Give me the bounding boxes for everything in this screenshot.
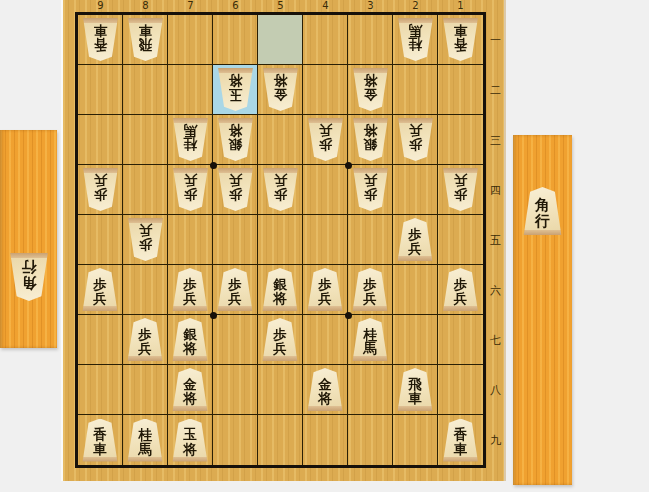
piece-gote-pawn[interactable]: 歩兵 (82, 168, 119, 211)
file-label-8: 8 (123, 0, 168, 12)
piece-kanji: 歩兵 (183, 174, 197, 203)
piece-gote-knight[interactable]: 桂馬 (397, 18, 434, 61)
rank-label-6: 六 (488, 265, 503, 315)
piece-kanji: 歩兵 (454, 277, 468, 306)
square-4-1[interactable] (303, 15, 348, 65)
piece-sente-pawn[interactable]: 歩兵 (262, 318, 299, 361)
square-3-7[interactable]: 桂馬 (348, 315, 393, 365)
square-5-6[interactable]: 銀将 (258, 265, 303, 315)
square-9-4[interactable]: 歩兵 (78, 165, 123, 215)
square-8-5[interactable]: 歩兵 (123, 215, 168, 265)
square-2-7[interactable] (393, 315, 438, 365)
square-7-4[interactable]: 歩兵 (168, 165, 213, 215)
square-6-4[interactable]: 歩兵 (213, 165, 258, 215)
piece-gote-lance[interactable]: 香車 (442, 18, 479, 61)
rank-labels: 一二三四五六七八九 (488, 15, 503, 465)
piece-gote-gold[interactable]: 金将 (262, 68, 299, 111)
square-3-6[interactable]: 歩兵 (348, 265, 393, 315)
rank-label-4: 四 (488, 165, 503, 215)
square-2-5[interactable]: 歩兵 (393, 215, 438, 265)
square-5-1[interactable] (258, 15, 303, 65)
square-4-3[interactable]: 歩兵 (303, 115, 348, 165)
piece-kanji: 桂馬 (138, 427, 152, 456)
square-4-8[interactable]: 金将 (303, 365, 348, 415)
square-6-9[interactable] (213, 415, 258, 465)
piece-kanji: 玉将 (228, 74, 242, 103)
piece-kanji: 歩兵 (93, 277, 107, 306)
file-label-3: 3 (348, 0, 393, 12)
piece-sente-lance[interactable]: 香車 (442, 419, 479, 462)
piece-kanji: 銀将 (183, 327, 197, 356)
square-3-1[interactable] (348, 15, 393, 65)
piece-gote-silver[interactable]: 銀将 (352, 118, 389, 161)
square-8-6[interactable] (123, 265, 168, 315)
square-3-5[interactable] (348, 215, 393, 265)
piece-gote-pawn[interactable]: 歩兵 (262, 168, 299, 211)
square-9-8[interactable] (78, 365, 123, 415)
square-1-5[interactable] (438, 215, 483, 265)
square-7-5[interactable] (168, 215, 213, 265)
piece-kanji: 桂馬 (408, 24, 422, 53)
file-label-1: 1 (438, 0, 483, 12)
square-6-7[interactable] (213, 315, 258, 365)
square-6-6[interactable]: 歩兵 (213, 265, 258, 315)
piece-kanji: 歩兵 (183, 277, 197, 306)
square-5-9[interactable] (258, 415, 303, 465)
square-2-2[interactable] (393, 65, 438, 115)
square-4-5[interactable] (303, 215, 348, 265)
piece-gote-silver[interactable]: 銀将 (217, 118, 254, 161)
square-1-6[interactable]: 歩兵 (438, 265, 483, 315)
piece-gote-pawn[interactable]: 歩兵 (442, 168, 479, 211)
piece-kanji: 歩兵 (273, 327, 287, 356)
file-label-5: 5 (258, 0, 303, 12)
piece-sente-silver[interactable]: 銀将 (262, 268, 299, 311)
piece-sente-king[interactable]: 玉将 (172, 419, 209, 462)
square-1-2[interactable] (438, 65, 483, 115)
piece-gote-pawn[interactable]: 歩兵 (397, 118, 434, 161)
square-3-4[interactable]: 歩兵 (348, 165, 393, 215)
hoshi-dot (210, 162, 217, 169)
square-9-2[interactable] (78, 65, 123, 115)
square-3-9[interactable] (348, 415, 393, 465)
piece-kanji: 桂馬 (363, 327, 377, 356)
piece-sente-knight[interactable]: 桂馬 (127, 419, 164, 462)
piece-kanji: 歩兵 (454, 174, 468, 203)
square-7-1[interactable] (168, 15, 213, 65)
piece-kanji: 香車 (93, 24, 107, 53)
piece-kanji: 角行 (535, 197, 550, 229)
piece-gote-pawn[interactable]: 歩兵 (352, 168, 389, 211)
piece-gote-gold[interactable]: 金将 (352, 68, 389, 111)
square-7-6[interactable]: 歩兵 (168, 265, 213, 315)
square-4-6[interactable]: 歩兵 (303, 265, 348, 315)
file-label-7: 7 (168, 0, 213, 12)
file-labels: 987654321 (78, 0, 483, 12)
piece-kanji: 歩兵 (318, 277, 332, 306)
piece-sente-lance[interactable]: 香車 (82, 419, 119, 462)
rank-label-2: 二 (488, 65, 503, 115)
square-6-5[interactable] (213, 215, 258, 265)
square-2-6[interactable] (393, 265, 438, 315)
square-3-2[interactable]: 金将 (348, 65, 393, 115)
square-9-1[interactable]: 香車 (78, 15, 123, 65)
piece-kanji: 歩兵 (363, 174, 377, 203)
rank-label-7: 七 (488, 315, 503, 365)
piece-kanji: 歩兵 (363, 277, 377, 306)
piece-kanji: 香車 (454, 24, 468, 53)
piece-kanji: 角行 (21, 260, 36, 292)
square-4-2[interactable] (303, 65, 348, 115)
square-9-9[interactable]: 香車 (78, 415, 123, 465)
shogi-app: 角行 987654321 香車飛車桂馬香車玉将金将金将桂馬銀将歩兵銀将歩兵歩兵歩… (0, 0, 649, 492)
square-3-3[interactable]: 銀将 (348, 115, 393, 165)
square-1-8[interactable] (438, 365, 483, 415)
file-label-4: 4 (303, 0, 348, 12)
rank-label-5: 五 (488, 215, 503, 265)
square-4-9[interactable] (303, 415, 348, 465)
square-7-2[interactable] (168, 65, 213, 115)
square-8-1[interactable]: 飛車 (123, 15, 168, 65)
piece-kanji: 歩兵 (93, 174, 107, 203)
square-1-4[interactable]: 歩兵 (438, 165, 483, 215)
piece-gote-pawn[interactable]: 歩兵 (172, 168, 209, 211)
square-7-8[interactable]: 金将 (168, 365, 213, 415)
hoshi-dot (210, 312, 217, 319)
piece-kanji: 歩兵 (408, 124, 422, 153)
piece-kanji: 銀将 (363, 124, 377, 153)
rank-label-9: 九 (488, 415, 503, 465)
piece-kanji: 金将 (183, 377, 197, 406)
piece-kanji: 金将 (318, 377, 332, 406)
piece-sente-rook[interactable]: 飛車 (397, 368, 434, 411)
piece-sente-knight[interactable]: 桂馬 (352, 318, 389, 361)
file-label-2: 2 (393, 0, 438, 12)
square-7-3[interactable]: 桂馬 (168, 115, 213, 165)
rank-label-3: 三 (488, 115, 503, 165)
piece-sente-bishop[interactable]: 角行 (523, 187, 563, 235)
piece-kanji: 飛車 (408, 377, 422, 406)
piece-kanji: 金将 (363, 74, 377, 103)
piece-kanji: 銀将 (273, 277, 287, 306)
piece-sente-pawn[interactable]: 歩兵 (82, 268, 119, 311)
square-6-3[interactable]: 銀将 (213, 115, 258, 165)
rank-label-1: 一 (488, 15, 503, 65)
square-2-4[interactable] (393, 165, 438, 215)
square-4-7[interactable] (303, 315, 348, 365)
piece-sente-silver[interactable]: 銀将 (172, 318, 209, 361)
piece-sente-pawn[interactable]: 歩兵 (352, 268, 389, 311)
square-1-1[interactable]: 香車 (438, 15, 483, 65)
square-2-9[interactable] (393, 415, 438, 465)
piece-kanji: 歩兵 (273, 174, 287, 203)
square-1-3[interactable] (438, 115, 483, 165)
square-5-4[interactable]: 歩兵 (258, 165, 303, 215)
gote-captured-pieces-stand: 角行 (0, 130, 57, 348)
piece-kanji: 銀将 (228, 124, 242, 153)
piece-gote-pawn[interactable]: 歩兵 (307, 118, 344, 161)
piece-gote-king[interactable]: 玉将 (217, 68, 254, 111)
piece-kanji: 歩兵 (318, 124, 332, 153)
piece-gote-bishop[interactable]: 角行 (9, 253, 49, 301)
square-3-8[interactable] (348, 365, 393, 415)
hoshi-dot (345, 312, 352, 319)
square-9-7[interactable] (78, 315, 123, 365)
piece-sente-pawn[interactable]: 歩兵 (127, 318, 164, 361)
board-grid: 香車飛車桂馬香車玉将金将金将桂馬銀将歩兵銀将歩兵歩兵歩兵歩兵歩兵歩兵歩兵歩兵歩兵… (75, 12, 486, 468)
piece-gote-lance[interactable]: 香車 (82, 18, 119, 61)
piece-sente-gold[interactable]: 金将 (307, 368, 344, 411)
piece-sente-pawn[interactable]: 歩兵 (397, 218, 434, 261)
square-5-5[interactable] (258, 215, 303, 265)
rank-label-8: 八 (488, 365, 503, 415)
square-1-9[interactable]: 香車 (438, 415, 483, 465)
square-8-2[interactable] (123, 65, 168, 115)
piece-sente-pawn[interactable]: 歩兵 (307, 268, 344, 311)
piece-sente-pawn[interactable]: 歩兵 (217, 268, 254, 311)
piece-kanji: 飛車 (138, 24, 152, 53)
piece-kanji: 歩兵 (138, 224, 152, 253)
piece-kanji: 歩兵 (138, 327, 152, 356)
square-8-3[interactable] (123, 115, 168, 165)
piece-kanji: 香車 (93, 427, 107, 456)
square-5-2[interactable]: 金将 (258, 65, 303, 115)
hoshi-dot (345, 162, 352, 169)
square-6-8[interactable] (213, 365, 258, 415)
square-8-9[interactable]: 桂馬 (123, 415, 168, 465)
piece-gote-knight[interactable]: 桂馬 (172, 118, 209, 161)
piece-kanji: 桂馬 (183, 124, 197, 153)
piece-kanji: 歩兵 (228, 277, 242, 306)
square-7-9[interactable]: 玉将 (168, 415, 213, 465)
piece-sente-pawn[interactable]: 歩兵 (172, 268, 209, 311)
piece-gote-rook[interactable]: 飛車 (127, 18, 164, 61)
square-9-6[interactable]: 歩兵 (78, 265, 123, 315)
square-8-4[interactable] (123, 165, 168, 215)
piece-sente-pawn[interactable]: 歩兵 (442, 268, 479, 311)
square-2-1[interactable]: 桂馬 (393, 15, 438, 65)
square-5-8[interactable] (258, 365, 303, 415)
piece-gote-pawn[interactable]: 歩兵 (127, 218, 164, 261)
square-1-7[interactable] (438, 315, 483, 365)
piece-kanji: 香車 (454, 427, 468, 456)
square-6-2[interactable]: 玉将 (213, 65, 258, 115)
piece-kanji: 歩兵 (228, 174, 242, 203)
file-label-6: 6 (213, 0, 258, 12)
square-8-8[interactable] (123, 365, 168, 415)
shogi-board: 987654321 香車飛車桂馬香車玉将金将金将桂馬銀将歩兵銀将歩兵歩兵歩兵歩兵… (63, 0, 504, 481)
square-9-5[interactable] (78, 215, 123, 265)
square-9-3[interactable] (78, 115, 123, 165)
square-4-4[interactable] (303, 165, 348, 215)
piece-kanji: 金将 (273, 74, 287, 103)
sente-captured-pieces-stand: 角行 (513, 135, 572, 485)
square-5-7[interactable]: 歩兵 (258, 315, 303, 365)
file-label-9: 9 (78, 0, 123, 12)
square-2-8[interactable]: 飛車 (393, 365, 438, 415)
square-8-7[interactable]: 歩兵 (123, 315, 168, 365)
piece-sente-gold[interactable]: 金将 (172, 368, 209, 411)
square-6-1[interactable] (213, 15, 258, 65)
piece-gote-pawn[interactable]: 歩兵 (217, 168, 254, 211)
square-2-3[interactable]: 歩兵 (393, 115, 438, 165)
square-5-3[interactable] (258, 115, 303, 165)
piece-kanji: 歩兵 (408, 227, 422, 256)
piece-kanji: 玉将 (183, 427, 197, 456)
square-7-7[interactable]: 銀将 (168, 315, 213, 365)
